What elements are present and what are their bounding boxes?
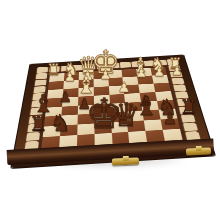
board-grid: [41, 67, 182, 148]
square-g1: [146, 130, 165, 142]
square-e1: [111, 132, 129, 144]
square-f1: [128, 131, 147, 143]
board-scene: [17, 11, 202, 196]
brass-latch-left: [112, 157, 139, 165]
brass-latch-right: [186, 147, 211, 155]
square-h1: [163, 129, 183, 141]
chess-set-photo: ♜♞♛♚♝♞♜♟♟♟♟♟♟♝♟♟♝♟♟♝♞♜♜♞♚♛♟: [0, 0, 220, 200]
